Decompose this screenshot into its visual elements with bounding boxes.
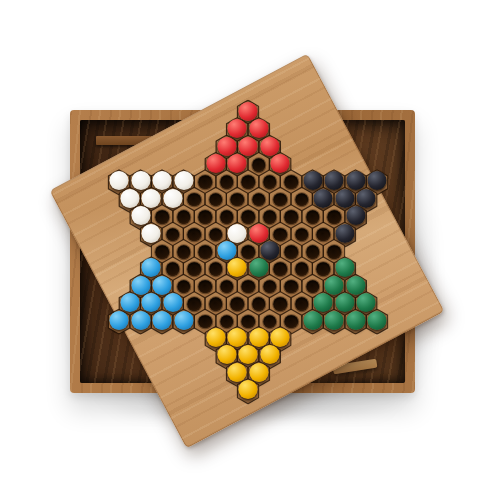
peg-hole bbox=[155, 210, 169, 224]
peg-blue[interactable] bbox=[217, 241, 236, 260]
peg-red[interactable] bbox=[217, 137, 236, 156]
peg-yellow[interactable] bbox=[249, 363, 268, 382]
peg-hole bbox=[209, 263, 223, 277]
peg-red[interactable] bbox=[228, 119, 247, 138]
peg-hole bbox=[306, 245, 320, 259]
peg-green[interactable] bbox=[249, 258, 268, 277]
peg-blue[interactable] bbox=[153, 311, 172, 330]
peg-hole bbox=[166, 228, 180, 242]
peg-white[interactable] bbox=[153, 171, 172, 190]
peg-black[interactable] bbox=[335, 189, 354, 208]
peg-green[interactable] bbox=[357, 293, 376, 312]
peg-hole bbox=[188, 228, 202, 242]
peg-hole bbox=[306, 280, 320, 294]
peg-yellow[interactable] bbox=[271, 328, 290, 347]
peg-white[interactable] bbox=[131, 171, 150, 190]
peg-hole bbox=[284, 315, 298, 329]
peg-hole bbox=[220, 315, 234, 329]
peg-hole bbox=[263, 176, 277, 190]
peg-white[interactable] bbox=[142, 189, 161, 208]
peg-white[interactable] bbox=[120, 189, 139, 208]
peg-yellow[interactable] bbox=[228, 258, 247, 277]
peg-hole bbox=[274, 193, 288, 207]
peg-hole bbox=[284, 210, 298, 224]
peg-yellow[interactable] bbox=[239, 345, 258, 364]
peg-yellow[interactable] bbox=[260, 345, 279, 364]
peg-blue[interactable] bbox=[142, 293, 161, 312]
peg-black[interactable] bbox=[325, 171, 344, 190]
peg-blue[interactable] bbox=[131, 311, 150, 330]
peg-black[interactable] bbox=[303, 171, 322, 190]
peg-hole bbox=[252, 158, 266, 172]
peg-white[interactable] bbox=[163, 189, 182, 208]
peg-black[interactable] bbox=[260, 241, 279, 260]
peg-blue[interactable] bbox=[174, 311, 193, 330]
peg-white[interactable] bbox=[142, 224, 161, 243]
peg-green[interactable] bbox=[346, 311, 365, 330]
peg-hole bbox=[284, 176, 298, 190]
peg-hole bbox=[209, 297, 223, 311]
peg-hole bbox=[220, 176, 234, 190]
peg-hole bbox=[220, 280, 234, 294]
peg-green[interactable] bbox=[368, 311, 387, 330]
peg-blue[interactable] bbox=[110, 311, 129, 330]
peg-hole bbox=[198, 280, 212, 294]
peg-yellow[interactable] bbox=[228, 363, 247, 382]
peg-white[interactable] bbox=[174, 171, 193, 190]
peg-hole bbox=[317, 263, 331, 277]
peg-hole bbox=[231, 193, 245, 207]
peg-hole bbox=[252, 297, 266, 311]
peg-white[interactable] bbox=[110, 171, 129, 190]
peg-green[interactable] bbox=[335, 293, 354, 312]
peg-black[interactable] bbox=[346, 206, 365, 225]
peg-black[interactable] bbox=[357, 189, 376, 208]
peg-hole bbox=[252, 193, 266, 207]
peg-blue[interactable] bbox=[153, 276, 172, 295]
peg-yellow[interactable] bbox=[228, 328, 247, 347]
peg-green[interactable] bbox=[335, 258, 354, 277]
peg-hole bbox=[198, 210, 212, 224]
product-photo-scene bbox=[0, 0, 500, 500]
peg-hole bbox=[317, 228, 331, 242]
peg-green[interactable] bbox=[325, 276, 344, 295]
peg-black[interactable] bbox=[335, 224, 354, 243]
peg-yellow[interactable] bbox=[206, 328, 225, 347]
peg-hole bbox=[198, 245, 212, 259]
peg-hole bbox=[209, 228, 223, 242]
peg-red[interactable] bbox=[239, 137, 258, 156]
peg-white[interactable] bbox=[131, 206, 150, 225]
peg-hole bbox=[241, 245, 255, 259]
peg-white[interactable] bbox=[228, 224, 247, 243]
peg-hole bbox=[177, 210, 191, 224]
peg-red[interactable] bbox=[228, 154, 247, 173]
peg-hole bbox=[306, 210, 320, 224]
peg-black[interactable] bbox=[314, 189, 333, 208]
peg-red[interactable] bbox=[249, 119, 268, 138]
peg-hole bbox=[241, 280, 255, 294]
peg-green[interactable] bbox=[314, 293, 333, 312]
peg-hole bbox=[220, 210, 234, 224]
star-grid bbox=[0, 0, 500, 500]
peg-hole bbox=[263, 210, 277, 224]
peg-hole bbox=[241, 176, 255, 190]
peg-hole bbox=[209, 193, 223, 207]
peg-yellow[interactable] bbox=[249, 328, 268, 347]
peg-hole bbox=[241, 210, 255, 224]
peg-hole bbox=[241, 315, 255, 329]
peg-hole bbox=[274, 263, 288, 277]
peg-hole bbox=[295, 263, 309, 277]
peg-hole bbox=[263, 280, 277, 294]
peg-blue[interactable] bbox=[142, 258, 161, 277]
peg-hole bbox=[284, 280, 298, 294]
peg-hole bbox=[295, 297, 309, 311]
peg-yellow[interactable] bbox=[239, 380, 258, 399]
peg-hole bbox=[188, 263, 202, 277]
peg-red[interactable] bbox=[271, 154, 290, 173]
peg-blue[interactable] bbox=[120, 293, 139, 312]
peg-hole bbox=[295, 193, 309, 207]
peg-hole bbox=[177, 280, 191, 294]
peg-hole bbox=[327, 245, 341, 259]
peg-hole bbox=[188, 193, 202, 207]
peg-blue[interactable] bbox=[163, 293, 182, 312]
peg-yellow[interactable] bbox=[217, 345, 236, 364]
peg-hole bbox=[231, 297, 245, 311]
peg-hole bbox=[198, 315, 212, 329]
peg-hole bbox=[327, 210, 341, 224]
peg-green[interactable] bbox=[346, 276, 365, 295]
peg-green[interactable] bbox=[325, 311, 344, 330]
peg-hole bbox=[188, 297, 202, 311]
peg-red[interactable] bbox=[206, 154, 225, 173]
peg-red[interactable] bbox=[249, 224, 268, 243]
peg-hole bbox=[177, 245, 191, 259]
peg-blue[interactable] bbox=[131, 276, 150, 295]
peg-hole bbox=[166, 263, 180, 277]
peg-hole bbox=[274, 228, 288, 242]
peg-red[interactable] bbox=[260, 137, 279, 156]
peg-black[interactable] bbox=[346, 171, 365, 190]
peg-hole bbox=[263, 315, 277, 329]
peg-green[interactable] bbox=[303, 311, 322, 330]
peg-hole bbox=[274, 297, 288, 311]
peg-hole bbox=[284, 245, 298, 259]
peg-hole bbox=[155, 245, 169, 259]
peg-hole bbox=[295, 228, 309, 242]
peg-hole bbox=[198, 176, 212, 190]
peg-black[interactable] bbox=[368, 171, 387, 190]
peg-red[interactable] bbox=[239, 102, 258, 121]
